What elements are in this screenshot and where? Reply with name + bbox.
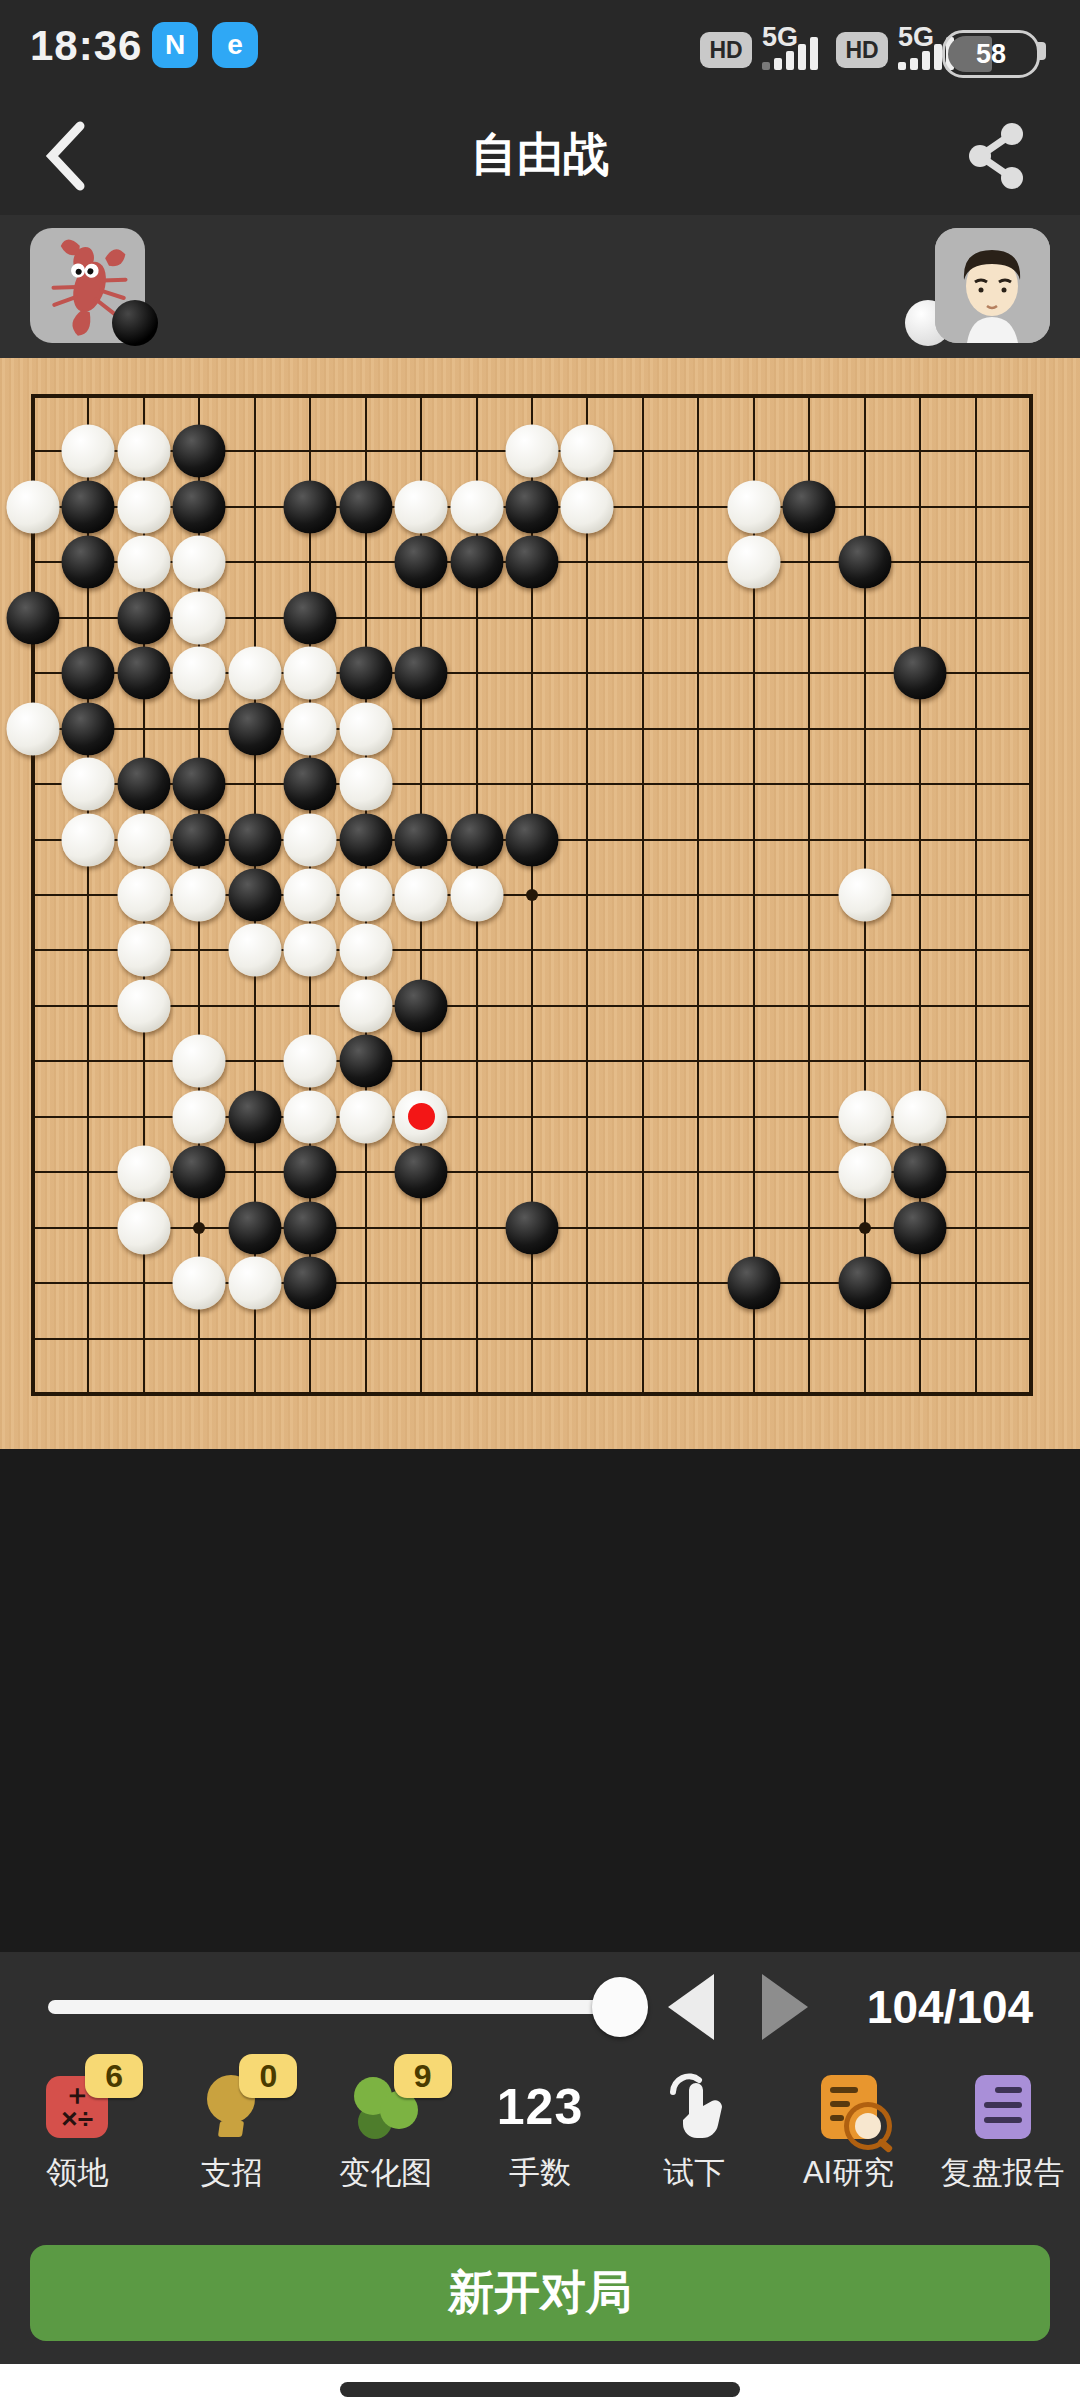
black-stone: [117, 758, 170, 811]
black-stone: [894, 1146, 947, 1199]
white-stone: [339, 979, 392, 1032]
white-stone: [395, 869, 448, 922]
white-stone: [727, 536, 780, 589]
black-stone: [173, 813, 226, 866]
page-title: 自由战: [0, 124, 1080, 186]
grid-line-v: [975, 394, 977, 1396]
battery-icon: 58: [942, 30, 1040, 78]
white-stone: [62, 425, 115, 478]
black-stone: [117, 591, 170, 644]
white-stone: [284, 924, 337, 977]
white-stone: [561, 480, 614, 533]
tool-ai-research[interactable]: AI研究: [771, 2070, 925, 2220]
white-stone: [173, 1257, 226, 1310]
black-stone: [450, 813, 503, 866]
grid-line-v: [808, 394, 810, 1396]
tool-variations[interactable]: 9 变化图: [309, 2070, 463, 2220]
grid-line-h: [31, 949, 1033, 951]
white-player-avatar[interactable]: [935, 228, 1050, 343]
white-stone: [228, 924, 281, 977]
black-stone: [117, 647, 170, 700]
white-stone: [284, 1035, 337, 1088]
toolbar: ＋ ×÷ 6 领地 0 支招 9 变化图: [0, 2070, 1080, 2220]
white-stone: [117, 1146, 170, 1199]
variations-badge: 9: [394, 2054, 452, 2098]
move-slider-row: 104/104: [0, 1952, 1080, 2062]
black-stone: [395, 647, 448, 700]
move-slider-track[interactable]: [48, 2000, 623, 2014]
battery-percent: 58: [976, 39, 1006, 70]
black-stone: [339, 1035, 392, 1088]
white-stone: [339, 924, 392, 977]
person-avatar-image: [935, 228, 1050, 343]
clock: 18:36: [30, 22, 142, 70]
white-stone: [173, 591, 226, 644]
move-slider-thumb[interactable]: [592, 1977, 648, 2037]
status-bar: 18:36 N e HD 5G HD 5G 58: [0, 0, 1080, 96]
grid-line-h: [31, 1338, 1033, 1340]
star-point: [859, 1222, 871, 1234]
black-stone: [894, 647, 947, 700]
move-numbers-icon: 123: [497, 2078, 583, 2136]
white-stone: [62, 813, 115, 866]
tool-move-numbers[interactable]: 123 手数: [463, 2070, 617, 2220]
white-stone: [228, 1257, 281, 1310]
grid-line-h: [31, 1392, 1033, 1396]
black-stone: [339, 813, 392, 866]
black-stone: [284, 591, 337, 644]
black-stone: [173, 1146, 226, 1199]
grid-line-v: [1029, 394, 1033, 1396]
white-stone: [173, 1090, 226, 1143]
white-stone: [727, 480, 780, 533]
grid-line-v: [642, 394, 644, 1396]
black-stone: [395, 1146, 448, 1199]
black-stone: [284, 1201, 337, 1254]
next-move-button[interactable]: [762, 1974, 808, 2040]
black-stone: [506, 536, 559, 589]
black-stone: [450, 536, 503, 589]
white-stone: [117, 813, 170, 866]
black-stone: [228, 869, 281, 922]
black-stone: [506, 1201, 559, 1254]
grid-line-h: [31, 1005, 1033, 1007]
new-game-button[interactable]: 新开对局: [30, 2245, 1050, 2341]
black-stone: [284, 1146, 337, 1199]
black-stone: [395, 979, 448, 1032]
tool-label: 支招: [200, 2152, 262, 2194]
black-stone: [228, 702, 281, 755]
hint-badge: 0: [239, 2054, 297, 2098]
white-stone: [506, 425, 559, 478]
tool-label: AI研究: [803, 2152, 894, 2194]
board-grid: [33, 396, 1031, 1394]
white-stone: [7, 480, 60, 533]
white-stone: [339, 869, 392, 922]
white-stone: [173, 647, 226, 700]
white-stone: [284, 647, 337, 700]
white-stone: [339, 758, 392, 811]
white-stone: [117, 536, 170, 589]
signal-bars-icon-1: [762, 36, 824, 70]
black-stone: [173, 758, 226, 811]
black-stone: [339, 647, 392, 700]
hd-voice-icon-2: HD: [836, 32, 888, 68]
lower-background: [0, 1449, 1080, 1952]
black-stone: [284, 480, 337, 533]
white-stone: [284, 702, 337, 755]
white-stone: [838, 869, 891, 922]
white-stone: [7, 702, 60, 755]
white-stone: [339, 702, 392, 755]
black-stone: [783, 480, 836, 533]
white-stone: [117, 979, 170, 1032]
players-bar: 负 星铠虾 2段 1 提子 6 白中盘胜 buhuil 无等级 胜: [0, 215, 1080, 358]
white-stone: [894, 1090, 947, 1143]
star-point: [526, 889, 538, 901]
white-stone: [838, 1090, 891, 1143]
white-stone: [228, 647, 281, 700]
black-stone: [62, 647, 115, 700]
black-stone: [838, 536, 891, 589]
black-stone: [228, 1090, 281, 1143]
tool-try-move[interactable]: 试下: [617, 2070, 771, 2220]
white-stone: [339, 1090, 392, 1143]
white-stone: [395, 1090, 448, 1143]
black-stone: [838, 1257, 891, 1310]
star-point: [193, 1222, 205, 1234]
black-stone: [727, 1257, 780, 1310]
previous-move-button[interactable]: [668, 1974, 714, 2040]
ai-research-doc-icon: [821, 2075, 877, 2139]
black-stone: [62, 702, 115, 755]
tool-label: 手数: [509, 2152, 571, 2194]
header: 自由战: [0, 96, 1080, 215]
white-stone: [117, 480, 170, 533]
white-stone: [284, 1090, 337, 1143]
tool-hint[interactable]: 0 支招: [154, 2070, 308, 2220]
black-stone: [395, 813, 448, 866]
black-stone: [173, 425, 226, 478]
black-stone: [339, 480, 392, 533]
review-report-doc-icon: [975, 2075, 1031, 2139]
go-board[interactable]: [0, 358, 1080, 1449]
black-stone: [62, 536, 115, 589]
battery-nub: [1038, 42, 1046, 60]
black-stone: [284, 1257, 337, 1310]
tool-territory[interactable]: ＋ ×÷ 6 领地: [0, 2070, 154, 2220]
black-stone: [894, 1201, 947, 1254]
white-stone: [838, 1146, 891, 1199]
tool-label: 复盘报告: [941, 2152, 1065, 2194]
white-stone: [284, 813, 337, 866]
black-stone: [395, 536, 448, 589]
black-stone: [228, 1201, 281, 1254]
white-stone: [173, 869, 226, 922]
black-stone: [228, 813, 281, 866]
grid-line-v: [586, 394, 588, 1396]
black-stone: [506, 480, 559, 533]
white-stone: [450, 480, 503, 533]
white-stone: [117, 869, 170, 922]
white-stone: [561, 425, 614, 478]
white-stone: [395, 480, 448, 533]
black-stone-indicator: [112, 300, 158, 346]
notification-app-icon: N: [152, 22, 198, 68]
white-stone: [173, 1035, 226, 1088]
black-stone: [284, 758, 337, 811]
browser-app-icon: e: [212, 22, 258, 68]
white-stone: [284, 869, 337, 922]
white-stone: [117, 1201, 170, 1254]
black-stone: [173, 480, 226, 533]
black-stone: [7, 591, 60, 644]
black-stone: [62, 480, 115, 533]
black-stone: [506, 813, 559, 866]
white-stone: [117, 924, 170, 977]
home-indicator[interactable]: [340, 2382, 740, 2397]
tool-label: 试下: [663, 2152, 725, 2194]
tool-label: 领地: [46, 2152, 108, 2194]
grid-line-v: [697, 394, 699, 1396]
white-stone: [62, 758, 115, 811]
move-counter: 104/104: [850, 1980, 1050, 2034]
tool-review-report[interactable]: 复盘报告: [926, 2070, 1080, 2220]
territory-badge: 6: [85, 2054, 143, 2098]
hd-voice-icon-1: HD: [700, 32, 752, 68]
tool-label: 变化图: [339, 2152, 432, 2194]
share-icon[interactable]: [960, 118, 1036, 194]
white-stone: [117, 425, 170, 478]
white-stone: [450, 869, 503, 922]
last-move-marker: [408, 1103, 435, 1130]
white-stone: [173, 536, 226, 589]
hand-tap-icon: [659, 2070, 729, 2144]
